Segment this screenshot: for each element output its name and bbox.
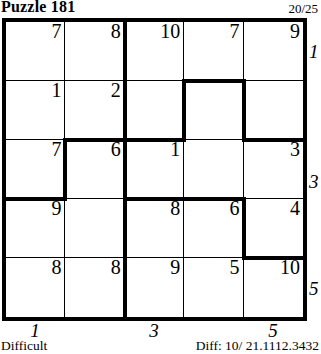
clue-number: 1 [170, 138, 180, 160]
cell-r1c2: 8 [65, 22, 124, 81]
row-label-3: 3 [309, 172, 319, 191]
clue-number: 7 [51, 20, 61, 42]
cell-r4c3: 8 [125, 199, 184, 258]
cell-r1c4: 7 [184, 22, 243, 81]
cell-r3c4[interactable] [184, 140, 243, 199]
clue-number: 7 [230, 20, 240, 42]
clue-number: 10 [280, 256, 300, 278]
diff-rating: Diff: 10/ 21.1112.3432 [196, 338, 319, 354]
clue-number: 5 [230, 256, 240, 278]
cell-r1c5: 9 [244, 22, 303, 81]
cell-r5c1: 8 [6, 258, 65, 317]
cell-r5c2: 8 [65, 258, 124, 317]
cell-r2c3[interactable] [125, 81, 184, 140]
clue-number: 8 [111, 20, 121, 42]
difficulty-label: Difficult [1, 338, 47, 354]
cell-r4c1: 9 [6, 199, 65, 258]
clue-number: 2 [111, 79, 121, 101]
clue-number: 1 [51, 79, 61, 101]
clue-number: 9 [170, 256, 180, 278]
cell-r2c4[interactable] [184, 81, 243, 140]
clue-number: 6 [111, 138, 121, 160]
cell-r2c5[interactable] [244, 81, 303, 140]
clue-number: 8 [111, 256, 121, 278]
cell-r3c5: 3 [244, 140, 303, 199]
clue-number: 9 [290, 20, 300, 42]
clue-number: 9 [51, 197, 61, 219]
cell-r5c3: 9 [125, 258, 184, 317]
cell-r3c2: 6 [65, 140, 124, 199]
cell-r1c3: 10 [125, 22, 184, 81]
cell-r5c5: 10 [244, 258, 303, 317]
cell-grid: 7810791276139864889510 [6, 22, 303, 317]
col-label-3: 3 [149, 321, 159, 340]
clue-count: 20/25 [288, 1, 318, 17]
cell-r4c2[interactable] [65, 199, 124, 258]
cell-r4c4: 6 [184, 199, 243, 258]
clue-number: 3 [290, 138, 300, 160]
puzzle-page: Puzzle 181 20/25 7810791276139864889510 … [0, 0, 321, 354]
clue-number: 10 [160, 20, 180, 42]
cell-r4c5: 4 [244, 199, 303, 258]
puzzle-title: Puzzle 181 [1, 0, 75, 16]
row-label-1: 1 [309, 42, 319, 61]
cell-r2c2: 2 [65, 81, 124, 140]
cell-r1c1: 7 [6, 22, 65, 81]
cell-r5c4: 5 [184, 258, 243, 317]
clue-number: 8 [51, 256, 61, 278]
puzzle-board: 7810791276139864889510 [2, 18, 307, 321]
clue-number: 7 [51, 138, 61, 160]
clue-number: 4 [290, 197, 300, 219]
row-label-5: 5 [309, 279, 319, 298]
cell-r3c3: 1 [125, 140, 184, 199]
cell-r3c1: 7 [6, 140, 65, 199]
cell-r2c1: 1 [6, 81, 65, 140]
clue-number: 8 [170, 197, 180, 219]
clue-number: 6 [230, 197, 240, 219]
